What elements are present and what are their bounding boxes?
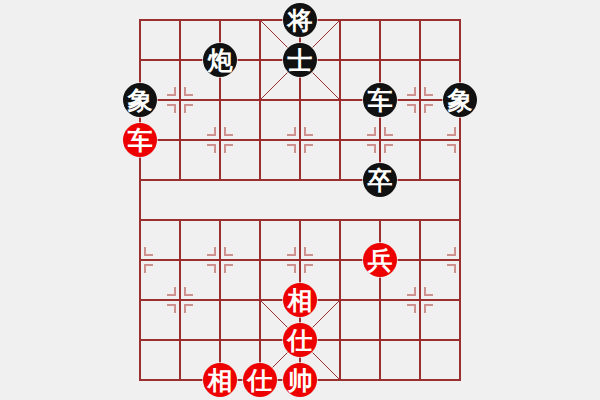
piece-red-general[interactable]: 帅 [283,363,317,397]
piece-red-chariot[interactable]: 车 [123,123,157,157]
piece-black-elephant-right[interactable]: 象 [443,83,477,117]
piece-black-soldier[interactable]: 卒 [363,163,397,197]
piece-black-general[interactable]: 将 [283,3,317,37]
piece-red-soldier[interactable]: 兵 [363,243,397,277]
piece-red-elephant-high[interactable]: 相 [283,283,317,317]
piece-red-elephant-back[interactable]: 相 [203,363,237,397]
piece-red-advisor-high[interactable]: 仕 [283,323,317,357]
piece-black-chariot[interactable]: 车 [363,83,397,117]
xiangqi-board-screen: 将炮士象车象车卒兵相仕相仕帅 [0,0,600,400]
piece-black-elephant-left[interactable]: 象 [123,83,157,117]
piece-black-cannon[interactable]: 炮 [203,43,237,77]
piece-black-advisor[interactable]: 士 [283,43,317,77]
piece-red-advisor-back[interactable]: 仕 [243,363,277,397]
